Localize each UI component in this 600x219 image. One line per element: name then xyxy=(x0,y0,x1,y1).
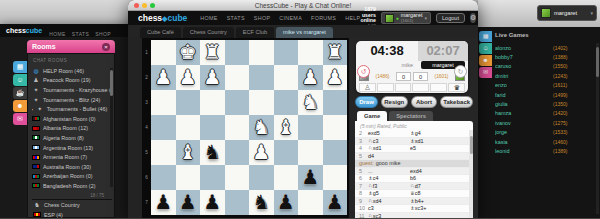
rail-tab-people[interactable]: ☻ xyxy=(13,100,27,112)
white-move: d4 xyxy=(368,153,410,159)
room-item[interactable]: Argentina Room (13) xyxy=(32,143,112,153)
black-move: ♘d7 xyxy=(410,183,473,189)
game-player-rating: (1389) xyxy=(553,148,567,154)
black-move: ♗g4 xyxy=(410,130,473,136)
black-clock: 02:07 xyxy=(418,41,468,61)
square-h7[interactable]: ♟ xyxy=(151,190,176,215)
white-bishop: ♝ xyxy=(274,115,299,140)
move-number: 11 xyxy=(355,213,368,218)
abort-button[interactable]: Abort xyxy=(411,96,438,108)
move-row[interactable]: 8♗g5♕c8 xyxy=(355,190,473,198)
game-player-name: enzo xyxy=(495,82,553,88)
square-d7[interactable]: ♞ xyxy=(249,190,274,215)
chesscube-logo-small: chesscube xyxy=(6,27,42,34)
white-knight: ♞ xyxy=(298,90,323,115)
rail-tab-stats[interactable]: ▦ xyxy=(479,31,492,42)
takeback-button[interactable]: Takeback xyxy=(440,96,473,108)
square-g2[interactable]: ♟ xyxy=(176,65,201,90)
avatar xyxy=(541,8,551,18)
room-label: Australia Room (30) xyxy=(43,164,91,170)
square-h1[interactable] xyxy=(151,40,176,65)
black-rating: (1601) xyxy=(430,74,453,79)
square-c7[interactable]: ♟ xyxy=(274,190,299,215)
flag-icon xyxy=(32,145,40,150)
move-list-scrollbar[interactable] xyxy=(469,130,473,218)
white-move: exd5 xyxy=(368,130,410,136)
square-f6[interactable] xyxy=(200,165,225,190)
square-e7[interactable] xyxy=(225,190,250,215)
move-row[interactable]: 3♘c3♗xd1 xyxy=(355,138,473,146)
black-pawn: ♟ xyxy=(200,190,225,215)
tab-cube-caf-[interactable]: Cube Café xyxy=(140,27,181,38)
square-a3[interactable] xyxy=(323,90,348,115)
nav-item-home[interactable]: HOME xyxy=(200,15,217,21)
square-c5[interactable] xyxy=(274,140,299,165)
rooms-panel-header[interactable]: Rooms × xyxy=(27,40,115,53)
move-row[interactable]: 6♗c4b6 xyxy=(355,175,473,183)
chevron-down-icon: ▾ xyxy=(424,15,427,21)
black-pawn: ♟ xyxy=(298,165,323,190)
main-window: ChessCube - Play & Chat Online! chess◆cu… xyxy=(128,0,478,218)
nav-item-shop[interactable]: SHOP xyxy=(254,15,270,21)
live-game-row[interactable]: dmitri(1243) xyxy=(495,71,595,80)
square-g4[interactable] xyxy=(176,115,201,140)
room-label: HELP Room (46) xyxy=(43,68,84,74)
black-move: exd4 xyxy=(410,168,473,174)
game-info-label: (5 min) Rated, Public xyxy=(355,121,473,130)
square-b3[interactable]: ♞ xyxy=(298,90,323,115)
game-player-name: giulia xyxy=(495,101,553,107)
black-pawn: ♟ xyxy=(274,190,299,215)
user-chip-right[interactable]: margaret ▾ xyxy=(537,5,597,21)
main-nav: chess◆cube HOMESTATSSHOPCINEMAFORUMSHELP… xyxy=(128,11,478,25)
pieces-icon: ♟ xyxy=(32,76,40,84)
room-item[interactable]: Australia Room (30) xyxy=(32,162,112,172)
resign-button[interactable]: Resign xyxy=(381,96,408,108)
move-row[interactable]: 11♘xc3 xyxy=(355,213,473,219)
square-e6[interactable] xyxy=(225,165,250,190)
games-scrollbar[interactable] xyxy=(596,43,599,214)
tab-chess-country[interactable]: Chess Country xyxy=(183,27,234,38)
rank-label-2: 2 xyxy=(142,65,151,90)
move-row[interactable]: 7♘f3♘d7 xyxy=(355,183,473,191)
square-b7[interactable] xyxy=(298,190,323,215)
room-label: Argentina Room (13) xyxy=(43,145,93,151)
white-move: ♘c3 xyxy=(368,138,410,144)
white-knight: ♞ xyxy=(249,115,274,140)
white-pawn: ♟ xyxy=(323,65,348,90)
game-player-rating: (1550) xyxy=(553,63,567,69)
room-item[interactable]: ◍HELP Room (46) xyxy=(32,66,112,76)
black-move: e5 xyxy=(410,145,473,151)
move-number: 6 xyxy=(355,175,368,181)
move-row[interactable]: 2exd5♗g4 xyxy=(355,130,473,138)
live-game-row[interactable]: farid(1499) xyxy=(495,90,595,99)
move-number: 10 xyxy=(355,205,368,211)
rail-tab-friends[interactable]: ☺ xyxy=(13,74,27,86)
square-c6[interactable] xyxy=(274,165,299,190)
square-d1[interactable] xyxy=(249,40,274,65)
room-label: Tournaments - Krazyhouse (16) xyxy=(43,87,112,93)
rooms-window-menu: HOMESTATSSHOP xyxy=(49,22,117,40)
titlebar: ChessCube - Play & Chat Online! xyxy=(128,0,478,11)
game-player-rating: (1533) xyxy=(553,129,567,135)
square-a5[interactable] xyxy=(323,140,348,165)
flip-board-left-button[interactable]: ↺ xyxy=(357,65,370,78)
desktop: chesscube HOMESTATSSHOP ▦☺☕☻✉ Rooms × CH… xyxy=(0,0,600,218)
chesscube-logo: chess◆cube xyxy=(138,13,187,23)
square-d4[interactable]: ♞ xyxy=(249,115,274,140)
rail-tab-friends[interactable]: ☺ xyxy=(479,43,492,54)
square-g3[interactable] xyxy=(176,90,201,115)
logout-button[interactable]: Logout xyxy=(436,13,465,23)
move-list: 2exd5♗g43♘c3♗xd14♘xd1e55d4guest:gooo mik… xyxy=(355,130,473,218)
rank-label-7: 7 xyxy=(142,190,151,215)
live-game-row[interactable]: enzo(1611) xyxy=(495,81,595,90)
square-b5[interactable] xyxy=(298,140,323,165)
sidebar-item-esp[interactable]: ESP (4) xyxy=(32,210,112,218)
avatar xyxy=(385,14,394,23)
nav-item-help[interactable]: HELP xyxy=(345,15,360,21)
move-number: 4 xyxy=(355,145,368,151)
flag-icon xyxy=(32,174,40,179)
black-score: 0 xyxy=(413,72,428,81)
game-player-name: hamza xyxy=(495,110,553,116)
square-e4[interactable] xyxy=(225,115,250,140)
room-label: Azerbaijan Room (0) xyxy=(43,173,92,179)
square-d3[interactable] xyxy=(249,90,274,115)
rooms-panel: Rooms × CHAT ROOMS ◍HELP Room (46)♟Peaco… xyxy=(27,40,115,218)
tournament-icon: ✦ xyxy=(32,96,40,104)
square-g5[interactable]: ♝ xyxy=(176,140,201,165)
square-a6[interactable] xyxy=(323,165,348,190)
live-game-row[interactable]: alonzo(1402) xyxy=(495,43,595,52)
live-games-list: alonzo(1402)bobby7(1388)caruso(1550)dmit… xyxy=(495,43,595,156)
square-h4[interactable] xyxy=(151,115,176,140)
tournament-icon: ✦ xyxy=(36,105,44,113)
close-icon[interactable]: × xyxy=(102,43,110,51)
rail-tab-cafe[interactable]: ☕ xyxy=(13,87,27,99)
square-b4[interactable] xyxy=(298,115,323,140)
black-pawn: ♟ xyxy=(176,190,201,215)
room-item[interactable]: ▶✦Tournaments - Bullet (46) xyxy=(32,104,112,114)
rank-label-3: 3 xyxy=(142,90,151,115)
game-player-rating: (1499) xyxy=(553,92,567,98)
game-player-rating: (1611) xyxy=(553,82,567,88)
room-label: Tournaments - Bullet (46) xyxy=(47,106,108,112)
rooms-scrollbar[interactable] xyxy=(110,68,113,187)
black-move: ♕c8 xyxy=(410,190,473,196)
room-item[interactable]: ♟Peacock Room (19) xyxy=(32,76,112,86)
clock-card: 04:38 02:07 mike margaret (1486) 0 0 (16… xyxy=(356,41,468,93)
live-game-row[interactable]: giulia(1350) xyxy=(495,99,595,108)
room-item[interactable]: Afghanistan Room (0) xyxy=(32,114,112,124)
country-icon: ♞ xyxy=(33,201,41,209)
white-move: ♘xc3 xyxy=(368,213,410,218)
white-move: ♘xd4 xyxy=(368,198,410,204)
square-g6[interactable] xyxy=(176,165,201,190)
white-move: ... xyxy=(368,168,410,174)
white-rook: ♜ xyxy=(323,40,348,65)
square-e3[interactable] xyxy=(225,90,250,115)
live-game-row[interactable]: ivanov(1275) xyxy=(495,118,595,127)
room-label: Algeria Room (8) xyxy=(43,135,84,141)
tab-spectators[interactable]: Spectators xyxy=(389,111,433,121)
game-player-name: jorge xyxy=(495,129,553,135)
game-player-name: farid xyxy=(495,92,553,98)
nav-item-stats[interactable]: STATS xyxy=(227,15,245,21)
rank-label-4: 4 xyxy=(142,115,151,140)
white-rating: (1486) xyxy=(371,74,394,79)
move-number: 3 xyxy=(355,138,368,144)
board-frame: 1234567 ♚♜♜♟♟♟♟♟♞♞♝♝♞♟♟♟♟♟♞♟♟ xyxy=(142,38,349,218)
black-pawn: ♟ xyxy=(323,190,348,215)
black-knight: ♞ xyxy=(249,190,274,215)
window-title: ChessCube - Play & Chat Online! xyxy=(128,2,478,9)
square-c4[interactable]: ♝ xyxy=(274,115,299,140)
rank-label-6: 6 xyxy=(142,165,151,190)
room-item[interactable]: Armenia Room (7) xyxy=(32,152,112,162)
white-pawn: ♟ xyxy=(249,140,274,165)
square-f5[interactable]: ♞ xyxy=(200,140,225,165)
square-f1[interactable]: ♜ xyxy=(200,40,225,65)
square-c2[interactable] xyxy=(274,65,299,90)
square-h5[interactable] xyxy=(151,140,176,165)
tab-game[interactable]: Game xyxy=(357,111,387,121)
move-number: 8 xyxy=(355,190,368,196)
chat-text: gooo mike xyxy=(376,160,401,166)
tournament-icon: ✦ xyxy=(32,86,40,94)
white-king: ♚ xyxy=(176,40,201,65)
move-number: 7 xyxy=(355,183,368,189)
white-pawn: ♟ xyxy=(151,65,176,90)
room-label: Albania Room (12) xyxy=(43,125,88,131)
black-move: ♗xc3+ xyxy=(410,205,473,211)
square-f4[interactable] xyxy=(200,115,225,140)
game-player-rating: (1460) xyxy=(553,139,567,145)
white-move: c3 xyxy=(368,205,410,211)
square-d6[interactable] xyxy=(249,165,274,190)
room-tabbar: Cube CaféChess CountryECF Clubmike vs ma… xyxy=(128,25,478,38)
flag-icon xyxy=(32,116,40,121)
live-game-row[interactable]: leonid(1389) xyxy=(495,146,595,155)
esp-flag-icon xyxy=(33,212,41,217)
game-player-name: bobby7 xyxy=(495,54,553,60)
room-label: Bangladesh Room (2) xyxy=(43,183,95,189)
square-f3[interactable] xyxy=(200,90,225,115)
white-bishop: ♝ xyxy=(176,140,201,165)
globe-icon: ◍ xyxy=(32,67,40,75)
left-icon-rail: ▦☺☕☻✉ xyxy=(13,61,27,126)
chat-row: guest:gooo mike xyxy=(355,160,473,168)
move-number: 9 xyxy=(355,198,368,204)
rooms-window-nav: chesscube HOMESTATSSHOP xyxy=(0,24,140,37)
flag-icon xyxy=(32,135,40,140)
white-score: 0 xyxy=(396,72,411,81)
right-icon-rail: ▦☺☻✉ xyxy=(479,31,492,79)
game-player-rating: (1275) xyxy=(553,120,567,126)
game-player-name: kasia xyxy=(495,139,553,145)
rooms-pager: 18 / 75 xyxy=(32,191,112,200)
rail-tab-stats[interactable]: ▦ xyxy=(13,61,27,73)
move-row[interactable]: 4♘xd1e5 xyxy=(355,145,473,153)
tab-mike-vs-margaret[interactable]: mike vs margaret xyxy=(276,27,333,38)
flag-icon xyxy=(32,126,40,131)
move-row[interactable]: 5d4 xyxy=(355,153,473,161)
game-player-name: ivanov xyxy=(495,120,553,126)
white-pawn: ♟ xyxy=(176,65,201,90)
rail-tab-people[interactable]: ☻ xyxy=(479,55,492,66)
draw-button[interactable]: Draw xyxy=(355,96,378,108)
square-b2[interactable]: ♟ xyxy=(298,65,323,90)
chess-board: ♚♜♜♟♟♟♟♟♞♞♝♝♞♟♟♟♟♟♞♟♟ xyxy=(151,40,347,215)
white-move: ♘xd1 xyxy=(368,145,410,151)
captured-pieces-row: ♙ ♛ xyxy=(356,81,468,92)
square-h6[interactable] xyxy=(151,165,176,190)
white-move: ♗g5 xyxy=(368,190,410,196)
game-panel-tabs: GameSpectators xyxy=(357,111,435,121)
online-dot-icon: ● xyxy=(396,15,399,21)
rank-label-5: 5 xyxy=(142,140,151,165)
room-item[interactable]: Algeria Room (8) xyxy=(32,133,112,143)
user-chip[interactable]: ● margaret (1601) ▾ xyxy=(381,12,431,24)
game-player-name: caruso xyxy=(495,63,553,69)
white-pawn: ♟ xyxy=(298,65,323,90)
captured-black-queen-icon: ♛ xyxy=(448,83,465,92)
square-f2[interactable]: ♟ xyxy=(200,65,225,90)
black-knight: ♞ xyxy=(200,140,225,165)
black-move: ♗xd1 xyxy=(410,138,473,144)
game-player-name: leonid xyxy=(495,148,553,154)
square-h2[interactable]: ♟ xyxy=(151,65,176,90)
chat-rooms-label: CHAT ROOMS xyxy=(33,58,112,63)
game-player-rating: (1388) xyxy=(553,54,567,60)
room-label: Afghanistan Room (0) xyxy=(43,116,95,122)
room-item[interactable]: Azerbaijan Room (0) xyxy=(32,172,112,182)
game-panel: 04:38 02:07 mike margaret (1486) 0 0 (16… xyxy=(350,38,478,218)
games-window: margaret ▾ ▦☺☻✉ Live Games alonzo(1402)b… xyxy=(478,0,600,218)
gear-icon[interactable]: ⚙ xyxy=(470,13,476,23)
rooms-title: Rooms xyxy=(32,40,56,53)
room-label: Peacock Room (19) xyxy=(43,77,91,83)
white-rook: ♜ xyxy=(200,40,225,65)
square-g1[interactable]: ♚ xyxy=(176,40,201,65)
square-g7[interactable]: ♟ xyxy=(176,190,201,215)
move-number: 5 xyxy=(355,168,368,174)
flag-icon xyxy=(32,164,40,169)
move-row[interactable]: 5...exd4 xyxy=(355,168,473,176)
live-game-row[interactable]: hamza(1420) xyxy=(495,109,595,118)
rank-labels: 1234567 xyxy=(142,40,151,215)
tab-ecf-club[interactable]: ECF Club xyxy=(236,27,274,38)
square-e2[interactable] xyxy=(225,65,250,90)
rank-label-1: 1 xyxy=(142,40,151,65)
rail-tab-rooms[interactable]: ✉ xyxy=(479,67,492,78)
live-game-row[interactable]: caruso(1550) xyxy=(495,62,595,71)
rooms-window: chesscube HOMESTATSSHOP ▦☺☕☻✉ Rooms × CH… xyxy=(0,24,140,218)
white-move: ♘f3 xyxy=(368,183,410,189)
flip-board-right-button[interactable]: ↻ xyxy=(454,65,467,78)
square-h3[interactable] xyxy=(151,90,176,115)
live-game-row[interactable]: bobby7(1388) xyxy=(495,52,595,61)
white-pawn: ♟ xyxy=(200,65,225,90)
game-player-name: alonzo xyxy=(495,45,553,51)
square-e1[interactable] xyxy=(225,40,250,65)
white-clock: 04:38 xyxy=(356,41,418,61)
rail-tab-rooms[interactable]: ✉ xyxy=(13,113,27,125)
black-move: ♗b4+ xyxy=(410,198,473,204)
room-label: Tournaments - Blitz (24) xyxy=(43,97,100,103)
square-d5[interactable]: ♟ xyxy=(249,140,274,165)
room-item[interactable]: Bangladesh Room (2) xyxy=(32,181,112,191)
black-pawn: ♟ xyxy=(151,190,176,215)
square-a2[interactable]: ♟ xyxy=(323,65,348,90)
game-player-rating: (1402) xyxy=(553,45,567,51)
black-move: b6 xyxy=(410,175,473,181)
left-nav-item-stats[interactable]: STATS xyxy=(72,31,89,37)
main-menu: HOMESTATSSHOPCINEMAFORUMSHELP xyxy=(200,15,360,21)
cursor-icon: ▶ xyxy=(32,106,33,112)
live-games-header: Live Games xyxy=(495,32,529,38)
move-number: 2 xyxy=(355,130,368,136)
rooms-list-body: CHAT ROOMS ◍HELP Room (46)♟Peacock Room … xyxy=(27,53,115,218)
game-player-rating: (1420) xyxy=(553,110,567,116)
white-move: ♗c4 xyxy=(368,175,410,181)
square-d2[interactable] xyxy=(249,65,274,90)
nav-item-cinema[interactable]: CINEMA xyxy=(279,15,302,21)
game-player-rating: (1350) xyxy=(553,101,567,107)
sidebar-item-chess-country[interactable]: ♞ Chess Country xyxy=(32,200,112,210)
move-row[interactable]: 10c3♗xc3+ xyxy=(355,205,473,213)
room-item[interactable]: Albania Room (12) xyxy=(32,124,112,134)
left-nav-item-home[interactable]: HOME xyxy=(49,31,66,37)
game-player-name: dmitri xyxy=(495,73,553,79)
room-item[interactable]: ✦Tournaments - Blitz (24) xyxy=(32,95,112,105)
chevron-down-icon: ▾ xyxy=(590,10,593,16)
room-label: Armenia Room (7) xyxy=(43,154,87,160)
square-a1[interactable]: ♜ xyxy=(323,40,348,65)
game-player-rating: (1243) xyxy=(553,73,567,79)
move-number: 5 xyxy=(355,153,368,159)
live-game-row[interactable]: jorge(1533) xyxy=(495,128,595,137)
move-row[interactable]: 9♘xd4♗b4+ xyxy=(355,198,473,206)
move-list-card: (5 min) Rated, Public 2exd5♗g43♘c3♗xd14♘… xyxy=(355,121,473,218)
chat-sender: guest: xyxy=(359,160,374,166)
nav-item-forums[interactable]: FORUMS xyxy=(311,15,336,21)
room-item[interactable]: ✦Tournaments - Krazyhouse (16) xyxy=(32,85,112,95)
flag-icon xyxy=(32,155,40,160)
square-e5[interactable] xyxy=(225,140,250,165)
square-c1[interactable] xyxy=(274,40,299,65)
square-b6[interactable]: ♟ xyxy=(298,165,323,190)
square-a7[interactable]: ♟ xyxy=(323,190,348,215)
captured-white-pawn-icon: ♙ xyxy=(359,83,376,92)
square-b1[interactable] xyxy=(298,40,323,65)
game-buttons: DrawResignAbortTakeback xyxy=(355,96,473,108)
square-c3[interactable] xyxy=(274,90,299,115)
live-game-row[interactable]: kasia(1460) xyxy=(495,137,595,146)
square-a4[interactable] xyxy=(323,115,348,140)
rooms-list: ◍HELP Room (46)♟Peacock Room (19)✦Tourna… xyxy=(32,66,112,191)
left-nav-item-shop[interactable]: SHOP xyxy=(95,31,111,37)
flag-icon xyxy=(32,183,40,188)
square-f7[interactable]: ♟ xyxy=(200,190,225,215)
